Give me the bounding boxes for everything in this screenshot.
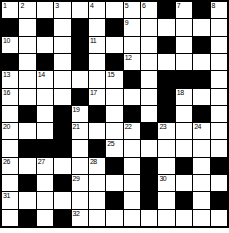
cell-r10c2[interactable] <box>19 158 35 174</box>
cell-r13c8[interactable] <box>124 210 140 226</box>
cell-r7c9[interactable] <box>141 106 157 122</box>
cell-r11c1[interactable] <box>2 175 18 191</box>
cell-r9c12[interactable] <box>193 140 209 156</box>
cell-r6c5-block <box>72 89 88 105</box>
clue-number-20: 20 <box>3 123 10 131</box>
cell-r12c2[interactable] <box>19 192 35 208</box>
cell-r12c3[interactable] <box>37 192 53 208</box>
cell-r12c7-block <box>106 192 122 208</box>
cell-r9c9[interactable] <box>141 140 157 156</box>
cell-r11c2-block <box>19 175 35 191</box>
cell-r9c2-block <box>19 140 35 156</box>
cell-r6c2[interactable] <box>19 89 35 105</box>
cell-r13c10[interactable] <box>158 210 174 226</box>
cell-r6c4[interactable] <box>54 89 70 105</box>
cell-r4c8[interactable]: 12 <box>124 54 140 70</box>
cell-r6c6[interactable]: 17 <box>89 89 105 105</box>
cell-r13c11[interactable] <box>176 210 192 226</box>
cell-r8c7[interactable] <box>106 123 122 139</box>
cell-r1c2[interactable]: 2 <box>19 2 35 18</box>
cell-r10c13-block <box>211 158 227 174</box>
cell-r1c3[interactable] <box>37 2 53 18</box>
cell-r3c7[interactable] <box>106 37 122 53</box>
cell-r2c12[interactable] <box>193 19 209 35</box>
cell-r8c12[interactable]: 24 <box>193 123 209 139</box>
cell-r13c12[interactable] <box>193 210 209 226</box>
clue-number-29: 29 <box>73 175 80 183</box>
cell-r11c7[interactable] <box>106 175 122 191</box>
cell-r8c8[interactable]: 22 <box>124 123 140 139</box>
cell-r4c7-block <box>106 54 122 70</box>
cell-r10c9-block <box>141 158 157 174</box>
cell-r10c8[interactable] <box>124 158 140 174</box>
cell-r4c5-block <box>72 54 88 70</box>
clue-number-3: 3 <box>55 2 58 10</box>
cell-r7c12-block <box>193 106 209 122</box>
cell-r10c5[interactable] <box>72 158 88 174</box>
cell-r4c12[interactable] <box>193 54 209 70</box>
clue-number-7: 7 <box>177 2 180 10</box>
cell-r6c13[interactable] <box>211 89 227 105</box>
cell-r2c9[interactable] <box>141 19 157 35</box>
cell-r5c6[interactable] <box>89 71 105 87</box>
cell-r12c8[interactable] <box>124 192 140 208</box>
cell-r7c5[interactable]: 19 <box>72 106 88 122</box>
cell-r3c13[interactable] <box>211 37 227 53</box>
cell-r10c1[interactable]: 26 <box>2 158 18 174</box>
cell-r8c10[interactable]: 23 <box>158 123 174 139</box>
cell-r2c1-block <box>2 19 18 35</box>
cell-r9c8[interactable] <box>124 140 140 156</box>
clue-number-30: 30 <box>159 175 166 183</box>
cell-r5c13[interactable] <box>211 71 227 87</box>
cell-r8c1[interactable]: 20 <box>2 123 18 139</box>
cell-r5c12-block <box>193 71 209 87</box>
cell-r4c10[interactable] <box>158 54 174 70</box>
cell-r2c7-block <box>106 19 122 35</box>
cell-r10c6[interactable]: 28 <box>89 158 105 174</box>
cell-r5c1[interactable]: 13 <box>2 71 18 87</box>
cell-r1c10-block <box>158 2 174 18</box>
cell-r10c7-block <box>106 158 122 174</box>
clue-number-10: 10 <box>3 37 10 45</box>
cell-r13c7[interactable] <box>106 210 122 226</box>
cell-r4c4[interactable] <box>54 54 70 70</box>
cell-r2c8[interactable]: 9 <box>124 19 140 35</box>
cell-r4c11[interactable] <box>176 54 192 70</box>
cell-r3c8[interactable] <box>124 37 140 53</box>
cell-r11c3[interactable] <box>37 175 53 191</box>
clue-number-14: 14 <box>38 71 45 79</box>
cell-r3c12-block <box>193 37 209 53</box>
clue-number-6: 6 <box>142 2 145 10</box>
cell-r3c5-block <box>72 37 88 53</box>
cell-r11c4-block <box>54 175 70 191</box>
cell-r6c8[interactable] <box>124 89 140 105</box>
cell-r10c3[interactable]: 27 <box>37 158 53 174</box>
cell-r5c8-block <box>124 71 140 87</box>
cell-r12c5[interactable] <box>72 192 88 208</box>
cell-r3c4[interactable] <box>54 37 70 53</box>
cell-r4c3-block <box>37 54 53 70</box>
cell-r1c1[interactable]: 1 <box>2 2 18 18</box>
cell-r12c12[interactable] <box>193 192 209 208</box>
cell-r6c1[interactable]: 16 <box>2 89 18 105</box>
cell-r13c9[interactable] <box>141 210 157 226</box>
clue-number-18: 18 <box>177 89 184 97</box>
cell-r1c8[interactable]: 5 <box>124 2 140 18</box>
cell-r5c3[interactable]: 14 <box>37 71 53 87</box>
cell-r1c6[interactable]: 4 <box>89 2 105 18</box>
cell-r9c5[interactable] <box>72 140 88 156</box>
cell-r9c7[interactable]: 25 <box>106 140 122 156</box>
cell-r5c5[interactable] <box>72 71 88 87</box>
cell-r13c3[interactable] <box>37 210 53 226</box>
cell-r8c2[interactable] <box>19 123 35 139</box>
cell-r4c9[interactable] <box>141 54 157 70</box>
cell-r12c10[interactable] <box>158 192 174 208</box>
clue-number-11: 11 <box>90 37 96 45</box>
cell-r8c4-block <box>54 123 70 139</box>
cell-r5c2[interactable] <box>19 71 35 87</box>
clue-number-23: 23 <box>159 123 166 131</box>
cell-r12c11-block <box>176 192 192 208</box>
clue-number-1: 1 <box>3 2 6 10</box>
crossword-page: 1234567891011121314151617181920212223242… <box>0 0 229 233</box>
clue-number-15: 15 <box>107 71 114 79</box>
cell-r11c8[interactable] <box>124 175 140 191</box>
cell-r1c5[interactable] <box>72 2 88 18</box>
cell-r9c1[interactable] <box>2 140 18 156</box>
clue-number-9: 9 <box>125 19 128 27</box>
cell-r11c11[interactable] <box>176 175 192 191</box>
cell-r7c7[interactable] <box>106 106 122 122</box>
cell-r7c13[interactable] <box>211 106 227 122</box>
cell-r9c13[interactable] <box>211 140 227 156</box>
cell-r1c13[interactable]: 8 <box>211 2 227 18</box>
cell-r2c13[interactable] <box>211 19 227 35</box>
cell-r6c3[interactable] <box>37 89 53 105</box>
cell-r3c1[interactable]: 10 <box>2 37 18 53</box>
cell-r11c9-block <box>141 175 157 191</box>
cell-r3c6[interactable]: 11 <box>89 37 105 53</box>
cell-r12c13-block <box>211 192 227 208</box>
cell-r9c10[interactable] <box>158 140 174 156</box>
cell-r10c11-block <box>176 158 192 174</box>
cell-r10c4[interactable] <box>54 158 70 174</box>
cell-r11c13[interactable] <box>211 175 227 191</box>
cell-r3c9[interactable] <box>141 37 157 53</box>
clue-number-2: 2 <box>20 2 23 10</box>
cell-r11c12[interactable] <box>193 175 209 191</box>
cell-r11c5[interactable]: 29 <box>72 175 88 191</box>
cell-r1c12-block <box>193 2 209 18</box>
cell-r9c4-block <box>54 140 70 156</box>
cell-r1c11[interactable]: 7 <box>176 2 192 18</box>
cell-r11c6[interactable] <box>89 175 105 191</box>
cell-r13c6[interactable] <box>89 210 105 226</box>
cell-r6c7[interactable] <box>106 89 122 105</box>
cell-r7c10-block <box>158 106 174 122</box>
clue-number-32: 32 <box>73 210 80 218</box>
cell-r10c12[interactable] <box>193 158 209 174</box>
clue-number-13: 13 <box>3 71 10 79</box>
cell-r6c11[interactable]: 18 <box>176 89 192 105</box>
cell-r8c3[interactable] <box>37 123 53 139</box>
cell-r4c6[interactable] <box>89 54 105 70</box>
cell-r4c2[interactable] <box>19 54 35 70</box>
cell-r8c5[interactable]: 21 <box>72 123 88 139</box>
clue-number-24: 24 <box>194 123 201 131</box>
cell-r12c1[interactable]: 31 <box>2 192 18 208</box>
cell-r4c13[interactable] <box>211 54 227 70</box>
cell-r1c9[interactable]: 6 <box>141 2 157 18</box>
cell-r13c1[interactable] <box>2 210 18 226</box>
clue-number-4: 4 <box>90 2 93 10</box>
cell-r13c2-block <box>19 210 35 226</box>
clue-number-19: 19 <box>73 106 80 114</box>
cell-r2c3-block <box>37 19 53 35</box>
cell-r6c9[interactable] <box>141 89 157 105</box>
cell-r13c13[interactable] <box>211 210 227 226</box>
clue-number-16: 16 <box>3 89 10 97</box>
clue-number-12: 12 <box>125 54 132 62</box>
cell-r8c9-block <box>141 123 157 139</box>
cell-r12c6[interactable] <box>89 192 105 208</box>
clue-number-21: 21 <box>73 123 80 131</box>
cell-r9c6-block <box>89 140 105 156</box>
cell-r12c4[interactable] <box>54 192 70 208</box>
clue-number-28: 28 <box>90 158 97 166</box>
clue-number-22: 22 <box>125 123 132 131</box>
cell-r11c10[interactable]: 30 <box>158 175 174 191</box>
cell-r7c3[interactable] <box>37 106 53 122</box>
cell-r7c1[interactable] <box>2 106 18 122</box>
cell-r7c2-block <box>19 106 35 122</box>
cell-r2c6[interactable] <box>89 19 105 35</box>
cell-r3c10-block <box>158 37 174 53</box>
clue-number-25: 25 <box>107 140 114 148</box>
cell-r4c1-block <box>2 54 18 70</box>
cell-r5c9[interactable] <box>141 71 157 87</box>
cell-r2c11[interactable] <box>176 19 192 35</box>
cell-r12c9-block <box>141 192 157 208</box>
clue-number-8: 8 <box>212 2 215 10</box>
cell-r1c4[interactable]: 3 <box>54 2 70 18</box>
cell-r13c5[interactable]: 32 <box>72 210 88 226</box>
cell-r5c4[interactable] <box>54 71 70 87</box>
cell-r7c4-block <box>54 106 70 122</box>
cell-r13c4-block <box>54 210 70 226</box>
cell-r9c3-block <box>37 140 53 156</box>
cell-r3c11[interactable] <box>176 37 192 53</box>
cell-r2c10[interactable] <box>158 19 174 35</box>
cell-r7c6-block <box>89 106 105 122</box>
cell-r2c2[interactable] <box>19 19 35 35</box>
cell-r9c11[interactable] <box>176 140 192 156</box>
cell-r3c2[interactable] <box>19 37 35 53</box>
cell-r6c10-block <box>158 89 174 105</box>
cell-r5c11-block <box>176 71 192 87</box>
cell-r8c11[interactable] <box>176 123 192 139</box>
cell-r8c6[interactable] <box>89 123 105 139</box>
clue-number-27: 27 <box>38 158 45 166</box>
cell-r2c4[interactable] <box>54 19 70 35</box>
clue-number-26: 26 <box>3 158 10 166</box>
cell-r5c10-block <box>158 71 174 87</box>
crossword-grid: 1234567891011121314151617181920212223242… <box>0 0 229 228</box>
cell-r8c13[interactable] <box>211 123 227 139</box>
cell-r1c7[interactable] <box>106 2 122 18</box>
cell-r5c7[interactable]: 15 <box>106 71 122 87</box>
clue-number-5: 5 <box>125 2 128 10</box>
cell-r10c10[interactable] <box>158 158 174 174</box>
clue-number-17: 17 <box>90 89 97 97</box>
cell-r7c11[interactable] <box>176 106 192 122</box>
clue-number-31: 31 <box>3 192 10 200</box>
cell-r2c5-block <box>72 19 88 35</box>
cell-r3c3[interactable] <box>37 37 53 53</box>
cell-r7c8-block <box>124 106 140 122</box>
cell-r6c12[interactable] <box>193 89 209 105</box>
